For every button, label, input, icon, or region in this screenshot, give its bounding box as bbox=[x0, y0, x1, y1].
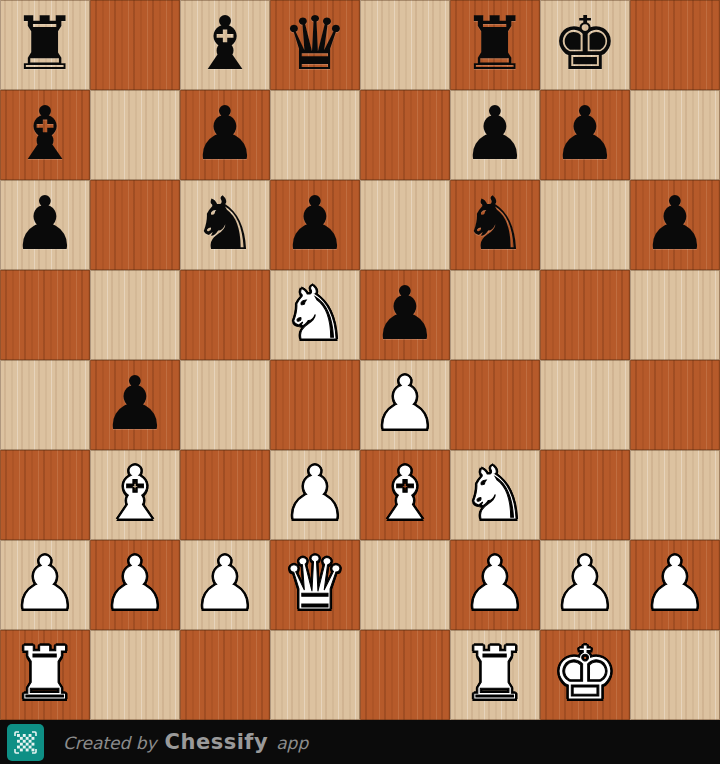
square-d6[interactable]: ♟ bbox=[270, 180, 360, 270]
piece-black-bishop[interactable]: ♝ bbox=[12, 88, 78, 178]
square-c6[interactable]: ♞ bbox=[180, 180, 270, 270]
square-e2[interactable] bbox=[360, 540, 450, 630]
piece-white-knight[interactable]: ♞ bbox=[282, 268, 348, 358]
square-f7[interactable]: ♟ bbox=[450, 90, 540, 180]
square-h3[interactable] bbox=[630, 450, 720, 540]
piece-white-rook[interactable]: ♜ bbox=[462, 628, 528, 718]
square-a1[interactable]: ♜ bbox=[0, 630, 90, 720]
piece-white-pawn[interactable]: ♟ bbox=[282, 448, 348, 538]
square-e8[interactable] bbox=[360, 0, 450, 90]
square-g5[interactable] bbox=[540, 270, 630, 360]
square-b4[interactable]: ♟ bbox=[90, 360, 180, 450]
chessify-board-export: ♜♝♛♜♚♝♟♟♟♟♞♟♞♟♞♟♟♟♝♟♝♞♟♟♟♛♟♟♟♜♜♚ Created… bbox=[0, 0, 720, 764]
square-e6[interactable] bbox=[360, 180, 450, 270]
square-d2[interactable]: ♛ bbox=[270, 540, 360, 630]
square-c2[interactable]: ♟ bbox=[180, 540, 270, 630]
square-f2[interactable]: ♟ bbox=[450, 540, 540, 630]
square-f3[interactable]: ♞ bbox=[450, 450, 540, 540]
square-c1[interactable] bbox=[180, 630, 270, 720]
square-b5[interactable] bbox=[90, 270, 180, 360]
square-b7[interactable] bbox=[90, 90, 180, 180]
piece-black-pawn[interactable]: ♟ bbox=[12, 178, 78, 268]
square-e3[interactable]: ♝ bbox=[360, 450, 450, 540]
square-c3[interactable] bbox=[180, 450, 270, 540]
piece-white-king[interactable]: ♚ bbox=[552, 628, 618, 718]
piece-black-knight[interactable]: ♞ bbox=[192, 178, 258, 268]
square-d7[interactable] bbox=[270, 90, 360, 180]
square-f1[interactable]: ♜ bbox=[450, 630, 540, 720]
square-a2[interactable]: ♟ bbox=[0, 540, 90, 630]
square-h5[interactable] bbox=[630, 270, 720, 360]
piece-white-pawn[interactable]: ♟ bbox=[462, 538, 528, 628]
square-a5[interactable] bbox=[0, 270, 90, 360]
square-d3[interactable]: ♟ bbox=[270, 450, 360, 540]
piece-black-knight[interactable]: ♞ bbox=[462, 178, 528, 268]
square-h8[interactable] bbox=[630, 0, 720, 90]
piece-black-pawn[interactable]: ♟ bbox=[642, 178, 708, 268]
square-e1[interactable] bbox=[360, 630, 450, 720]
piece-white-queen[interactable]: ♛ bbox=[282, 538, 348, 628]
piece-white-rook[interactable]: ♜ bbox=[12, 628, 78, 718]
square-g4[interactable] bbox=[540, 360, 630, 450]
square-f8[interactable]: ♜ bbox=[450, 0, 540, 90]
piece-white-pawn[interactable]: ♟ bbox=[552, 538, 618, 628]
square-c5[interactable] bbox=[180, 270, 270, 360]
square-d5[interactable]: ♞ bbox=[270, 270, 360, 360]
piece-black-pawn[interactable]: ♟ bbox=[192, 88, 258, 178]
square-b8[interactable] bbox=[90, 0, 180, 90]
square-c4[interactable] bbox=[180, 360, 270, 450]
piece-black-bishop[interactable]: ♝ bbox=[192, 0, 258, 88]
square-h1[interactable] bbox=[630, 630, 720, 720]
square-e7[interactable] bbox=[360, 90, 450, 180]
chess-board: ♜♝♛♜♚♝♟♟♟♟♞♟♞♟♞♟♟♟♝♟♝♞♟♟♟♛♟♟♟♜♜♚ bbox=[0, 0, 720, 720]
piece-white-pawn[interactable]: ♟ bbox=[12, 538, 78, 628]
piece-white-bishop[interactable]: ♝ bbox=[102, 448, 168, 538]
piece-black-pawn[interactable]: ♟ bbox=[372, 268, 438, 358]
square-e5[interactable]: ♟ bbox=[360, 270, 450, 360]
square-g6[interactable] bbox=[540, 180, 630, 270]
app-suffix-text: app bbox=[276, 733, 308, 753]
piece-white-knight[interactable]: ♞ bbox=[462, 448, 528, 538]
square-b6[interactable] bbox=[90, 180, 180, 270]
piece-white-pawn[interactable]: ♟ bbox=[192, 538, 258, 628]
square-g8[interactable]: ♚ bbox=[540, 0, 630, 90]
square-g3[interactable] bbox=[540, 450, 630, 540]
square-c8[interactable]: ♝ bbox=[180, 0, 270, 90]
square-g2[interactable]: ♟ bbox=[540, 540, 630, 630]
piece-white-bishop[interactable]: ♝ bbox=[372, 448, 438, 538]
square-f5[interactable] bbox=[450, 270, 540, 360]
square-d8[interactable]: ♛ bbox=[270, 0, 360, 90]
footer: Created by Chessify app bbox=[0, 720, 720, 764]
piece-black-queen[interactable]: ♛ bbox=[282, 0, 348, 88]
square-h7[interactable] bbox=[630, 90, 720, 180]
piece-black-king[interactable]: ♚ bbox=[552, 0, 618, 88]
square-d4[interactable] bbox=[270, 360, 360, 450]
piece-black-pawn[interactable]: ♟ bbox=[552, 88, 618, 178]
square-b1[interactable] bbox=[90, 630, 180, 720]
square-a4[interactable] bbox=[0, 360, 90, 450]
piece-black-rook[interactable]: ♜ bbox=[462, 0, 528, 88]
square-a7[interactable]: ♝ bbox=[0, 90, 90, 180]
piece-black-pawn[interactable]: ♟ bbox=[462, 88, 528, 178]
square-g1[interactable]: ♚ bbox=[540, 630, 630, 720]
square-e4[interactable]: ♟ bbox=[360, 360, 450, 450]
square-a8[interactable]: ♜ bbox=[0, 0, 90, 90]
square-a3[interactable] bbox=[0, 450, 90, 540]
square-d1[interactable] bbox=[270, 630, 360, 720]
square-g7[interactable]: ♟ bbox=[540, 90, 630, 180]
square-b3[interactable]: ♝ bbox=[90, 450, 180, 540]
piece-white-pawn[interactable]: ♟ bbox=[642, 538, 708, 628]
piece-white-pawn[interactable]: ♟ bbox=[372, 358, 438, 448]
piece-white-pawn[interactable]: ♟ bbox=[102, 538, 168, 628]
square-h6[interactable]: ♟ bbox=[630, 180, 720, 270]
piece-black-pawn[interactable]: ♟ bbox=[282, 178, 348, 268]
app-name-text: Chessify bbox=[165, 730, 269, 754]
square-f4[interactable] bbox=[450, 360, 540, 450]
created-by-text: Created by bbox=[63, 733, 157, 753]
square-f6[interactable]: ♞ bbox=[450, 180, 540, 270]
credit-line: Created by Chessify app bbox=[63, 730, 308, 754]
square-a6[interactable]: ♟ bbox=[0, 180, 90, 270]
square-c7[interactable]: ♟ bbox=[180, 90, 270, 180]
chessify-logo-icon bbox=[7, 724, 44, 761]
square-h2[interactable]: ♟ bbox=[630, 540, 720, 630]
square-b2[interactable]: ♟ bbox=[90, 540, 180, 630]
piece-black-pawn[interactable]: ♟ bbox=[102, 358, 168, 448]
piece-black-rook[interactable]: ♜ bbox=[12, 0, 78, 88]
square-h4[interactable] bbox=[630, 360, 720, 450]
